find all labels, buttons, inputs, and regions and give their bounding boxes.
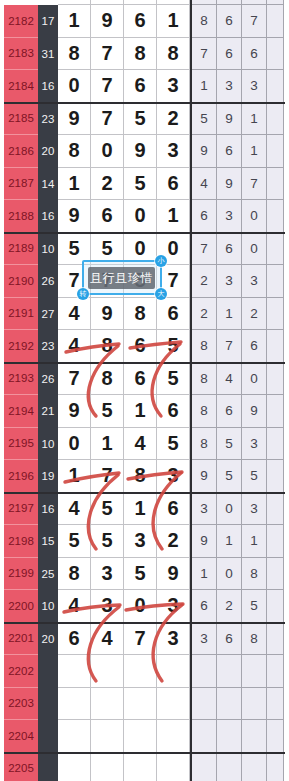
stat-digit-cell xyxy=(242,688,267,721)
table-row xyxy=(58,753,190,781)
table-row: 961 xyxy=(192,135,284,168)
draw-digit-cell xyxy=(157,688,190,721)
stat-digit-cell: 9 xyxy=(192,135,217,168)
period-label: 2204 xyxy=(4,720,38,753)
stat-digit-cell xyxy=(217,753,242,781)
sum-value xyxy=(38,753,58,781)
table-row: 0763 xyxy=(58,70,190,103)
stat-empty-cell xyxy=(267,688,284,721)
sum-value: 26 xyxy=(38,265,58,298)
stat-empty-cell xyxy=(267,623,284,656)
stat-digit-cell: 3 xyxy=(242,265,267,298)
sum-value xyxy=(38,720,58,753)
period-column: 2182218321842185218621872188218921902191… xyxy=(4,5,38,781)
sum-value: 20 xyxy=(38,623,58,656)
draw-digit-cell: 8 xyxy=(124,298,157,331)
draw-digit-cell: 6 xyxy=(124,330,157,363)
table-row: 9601 xyxy=(58,200,190,233)
sum-value: 16 xyxy=(38,493,58,526)
stat-digit-cell: 2 xyxy=(217,590,242,623)
draw-digit-cell xyxy=(157,720,190,753)
period-label: 2185 xyxy=(4,103,38,136)
period-label: 2197 xyxy=(4,493,38,526)
table-row: 869 xyxy=(192,395,284,428)
draw-digit-cell xyxy=(91,688,124,721)
period-label: 2188 xyxy=(4,200,38,233)
draw-digit-cell: 8 xyxy=(91,363,124,396)
stat-empty-cell xyxy=(267,70,284,103)
period-label: 2198 xyxy=(4,525,38,558)
draw-digit-cell: 4 xyxy=(91,623,124,656)
stat-digit-cell: 7 xyxy=(242,168,267,201)
draw-digit-cell: 6 xyxy=(157,298,190,331)
stat-digit-cell: 6 xyxy=(242,330,267,363)
draw-digit-cell: 8 xyxy=(58,558,91,591)
draw-digit-cell: 7 xyxy=(91,70,124,103)
draw-digit-cell: 5 xyxy=(157,428,190,461)
draw-digit-cell: 6 xyxy=(124,70,157,103)
period-label: 2193 xyxy=(4,363,38,396)
table-row: 133 xyxy=(192,70,284,103)
stat-empty-cell xyxy=(267,558,284,591)
period-label: 2182 xyxy=(4,5,38,38)
draw-digit-cell: 1 xyxy=(124,493,157,526)
draw-digit-cell: 7 xyxy=(58,363,91,396)
stat-digit-cell: 4 xyxy=(192,168,217,201)
draw-digit-cell: 5 xyxy=(124,558,157,591)
sum-column: 1731162320141610262723262110191615251020 xyxy=(38,5,58,781)
table-row: 303 xyxy=(192,493,284,526)
table-row: 8359 xyxy=(58,558,190,591)
period-label: 2201 xyxy=(4,623,38,656)
shrink-handle[interactable]: 小 xyxy=(155,255,167,267)
stat-digit-cell: 8 xyxy=(242,558,267,591)
draw-digit-cell xyxy=(124,655,157,688)
stat-digit-cell: 0 xyxy=(242,363,267,396)
stat-digit-cell: 8 xyxy=(192,395,217,428)
period-label: 2205 xyxy=(4,753,38,781)
draw-digit-cell xyxy=(157,753,190,781)
stat-digit-cell: 7 xyxy=(192,38,217,71)
period-label: 2184 xyxy=(4,70,38,103)
draw-digit-grid: 1961878807639752809312569601550077574986… xyxy=(58,0,190,781)
draw-digit-cell: 8 xyxy=(58,38,91,71)
draw-digit-cell: 4 xyxy=(58,493,91,526)
period-label: 2203 xyxy=(4,688,38,721)
stat-digit-cell: 0 xyxy=(217,558,242,591)
stat-digit-cell: 6 xyxy=(217,38,242,71)
stat-digit-cell: 2 xyxy=(192,265,217,298)
draw-digit-cell: 8 xyxy=(58,135,91,168)
sum-value: 16 xyxy=(38,70,58,103)
draw-digit-cell: 9 xyxy=(124,135,157,168)
stat-digit-cell: 9 xyxy=(192,525,217,558)
stat-digit-cell: 5 xyxy=(242,460,267,493)
draw-digit-cell: 0 xyxy=(124,200,157,233)
table-row xyxy=(192,753,284,781)
sum-value: 16 xyxy=(38,200,58,233)
sum-value xyxy=(38,688,58,721)
sum-value: 10 xyxy=(38,233,58,266)
stat-digit-grid: 8677661335919614976307602332128768408698… xyxy=(192,0,284,781)
stat-digit-cell: 3 xyxy=(242,428,267,461)
stat-empty-cell xyxy=(267,720,284,753)
table-row: 867 xyxy=(192,5,284,38)
table-row: 853 xyxy=(192,428,284,461)
stat-digit-cell: 4 xyxy=(217,363,242,396)
grid-divider-line xyxy=(190,0,192,781)
sum-value: 19 xyxy=(38,460,58,493)
draw-digit-cell: 1 xyxy=(157,200,190,233)
stat-digit-cell: 5 xyxy=(242,590,267,623)
stat-digit-cell xyxy=(217,688,242,721)
draw-digit-cell: 1 xyxy=(58,168,91,201)
stat-empty-cell xyxy=(267,590,284,623)
table-row xyxy=(58,688,190,721)
stat-digit-cell: 3 xyxy=(217,265,242,298)
draw-digit-cell xyxy=(91,655,124,688)
draw-digit-cell: 4 xyxy=(58,590,91,623)
table-row: 0145 xyxy=(58,428,190,461)
draw-digit-cell: 8 xyxy=(157,38,190,71)
stat-digit-cell: 5 xyxy=(217,428,242,461)
table-row: 625 xyxy=(192,590,284,623)
sum-value: 23 xyxy=(38,330,58,363)
stat-digit-cell: 6 xyxy=(217,623,242,656)
stat-digit-cell: 8 xyxy=(192,363,217,396)
period-label: 2199 xyxy=(4,558,38,591)
table-row xyxy=(192,720,284,753)
group-separator-line xyxy=(4,102,285,104)
draw-digit-cell: 5 xyxy=(91,493,124,526)
draw-digit-cell: 9 xyxy=(58,200,91,233)
draw-digit-cell: 9 xyxy=(58,103,91,136)
draw-digit-cell: 6 xyxy=(157,168,190,201)
draw-digit-cell: 1 xyxy=(124,395,157,428)
draw-digit-cell: 4 xyxy=(58,330,91,363)
table-row: 233 xyxy=(192,265,284,298)
stat-digit-cell: 6 xyxy=(242,38,267,71)
table-row: 766 xyxy=(192,38,284,71)
draw-digit-cell: 5 xyxy=(91,395,124,428)
table-row: 368 xyxy=(192,623,284,656)
draw-digit-cell xyxy=(58,688,91,721)
sum-value: 26 xyxy=(38,363,58,396)
draw-digit-cell: 2 xyxy=(91,168,124,201)
stat-digit-cell: 9 xyxy=(242,395,267,428)
rotate-handle[interactable]: 转 xyxy=(77,288,89,300)
lottery-trend-chart: 2182218321842185218621872188218921902191… xyxy=(0,0,289,781)
stat-digit-cell: 3 xyxy=(217,70,242,103)
stat-empty-cell xyxy=(267,493,284,526)
table-row: 4865 xyxy=(58,330,190,363)
table-row xyxy=(192,688,284,721)
stat-digit-cell: 7 xyxy=(192,233,217,266)
draw-digit-cell xyxy=(58,720,91,753)
stat-digit-cell: 0 xyxy=(242,200,267,233)
sum-value: 17 xyxy=(38,5,58,38)
table-row: 108 xyxy=(192,558,284,591)
group-separator-line xyxy=(4,362,285,364)
stat-digit-cell: 2 xyxy=(242,298,267,331)
stat-digit-cell: 8 xyxy=(192,5,217,38)
stat-digit-cell xyxy=(242,720,267,753)
period-label: 2200 xyxy=(4,590,38,623)
draw-digit-cell: 7 xyxy=(91,460,124,493)
table-row xyxy=(58,720,190,753)
draw-digit-cell: 1 xyxy=(157,5,190,38)
stat-digit-cell: 9 xyxy=(217,168,242,201)
draw-digit-cell: 1 xyxy=(91,428,124,461)
draw-digit-cell: 5 xyxy=(157,330,190,363)
sum-value: 27 xyxy=(38,298,58,331)
stat-empty-cell xyxy=(267,135,284,168)
draw-digit-cell: 6 xyxy=(157,395,190,428)
group-separator-line xyxy=(4,492,285,494)
draw-digit-cell: 6 xyxy=(58,623,91,656)
draw-digit-cell: 2 xyxy=(157,103,190,136)
draw-digit-cell: 8 xyxy=(124,38,157,71)
enlarge-handle[interactable]: 大 xyxy=(155,288,167,300)
stat-empty-cell xyxy=(267,753,284,781)
draw-digit-cell: 5 xyxy=(124,168,157,201)
table-row: 212 xyxy=(192,298,284,331)
draw-digit-cell xyxy=(124,720,157,753)
draw-digit-cell: 9 xyxy=(157,558,190,591)
draw-digit-cell xyxy=(58,655,91,688)
table-row: 497 xyxy=(192,168,284,201)
stat-digit-cell: 6 xyxy=(217,5,242,38)
stat-digit-cell: 1 xyxy=(242,525,267,558)
table-row: 760 xyxy=(192,233,284,266)
stat-digit-cell xyxy=(192,753,217,781)
draw-digit-cell: 3 xyxy=(157,135,190,168)
draw-digit-cell: 1 xyxy=(58,5,91,38)
stat-digit-cell: 8 xyxy=(192,428,217,461)
draw-digit-cell: 7 xyxy=(91,38,124,71)
table-row xyxy=(192,655,284,688)
sum-value xyxy=(38,655,58,688)
stat-empty-cell xyxy=(267,330,284,363)
draw-digit-cell: 3 xyxy=(91,558,124,591)
stat-empty-cell xyxy=(267,525,284,558)
stat-digit-cell xyxy=(217,720,242,753)
stat-digit-cell xyxy=(242,655,267,688)
draw-digit-cell: 6 xyxy=(157,493,190,526)
draw-digit-cell: 3 xyxy=(157,460,190,493)
stat-digit-cell: 0 xyxy=(217,493,242,526)
stat-digit-cell: 6 xyxy=(192,590,217,623)
stat-digit-cell: 1 xyxy=(192,70,217,103)
draw-digit-cell: 0 xyxy=(58,428,91,461)
sum-value: 25 xyxy=(38,558,58,591)
draw-digit-cell xyxy=(91,753,124,781)
stat-empty-cell xyxy=(267,428,284,461)
draw-digit-cell: 8 xyxy=(124,460,157,493)
stat-empty-cell xyxy=(267,265,284,298)
table-row xyxy=(58,655,190,688)
draw-digit-cell: 2 xyxy=(157,525,190,558)
stat-digit-cell: 5 xyxy=(192,103,217,136)
stat-empty-cell xyxy=(267,363,284,396)
table-row: 1256 xyxy=(58,168,190,201)
table-row: 9516 xyxy=(58,395,190,428)
annotation-text[interactable]: 且行且珍惜 xyxy=(88,267,155,289)
draw-digit-cell xyxy=(58,753,91,781)
sum-value: 10 xyxy=(38,428,58,461)
stat-digit-cell: 6 xyxy=(192,200,217,233)
period-label: 2189 xyxy=(4,233,38,266)
draw-digit-cell xyxy=(157,655,190,688)
table-row: 4986 xyxy=(58,298,190,331)
stat-empty-cell xyxy=(267,460,284,493)
sum-value: 23 xyxy=(38,103,58,136)
sum-value: 20 xyxy=(38,135,58,168)
period-label: 2183 xyxy=(4,38,38,71)
stat-empty-cell xyxy=(267,103,284,136)
stat-digit-cell: 6 xyxy=(217,233,242,266)
period-label: 2191 xyxy=(4,298,38,331)
period-label: 2196 xyxy=(4,460,38,493)
draw-digit-cell: 9 xyxy=(91,298,124,331)
table-row: 955 xyxy=(192,460,284,493)
group-separator-line xyxy=(4,622,285,624)
period-label: 2190 xyxy=(4,265,38,298)
draw-digit-cell: 0 xyxy=(91,135,124,168)
stat-digit-cell: 1 xyxy=(217,298,242,331)
table-row: 7865 xyxy=(58,363,190,396)
stat-empty-cell xyxy=(267,5,284,38)
table-row: 5532 xyxy=(58,525,190,558)
draw-digit-cell xyxy=(124,688,157,721)
draw-digit-cell: 4 xyxy=(58,298,91,331)
draw-digit-cell: 5 xyxy=(157,363,190,396)
table-row: 8093 xyxy=(58,135,190,168)
stat-digit-cell xyxy=(242,753,267,781)
draw-digit-cell: 3 xyxy=(157,590,190,623)
stat-digit-cell: 7 xyxy=(217,330,242,363)
text-annotation-box[interactable]: 且行且珍惜 小 大 转 xyxy=(82,260,162,295)
draw-digit-cell: 8 xyxy=(91,330,124,363)
table-row: 1783 xyxy=(58,460,190,493)
stat-digit-cell: 6 xyxy=(217,395,242,428)
sum-value: 21 xyxy=(38,395,58,428)
table-row: 630 xyxy=(192,200,284,233)
stat-digit-cell: 5 xyxy=(217,460,242,493)
stat-digit-cell: 0 xyxy=(242,233,267,266)
table-row: 6473 xyxy=(58,623,190,656)
stat-digit-cell: 8 xyxy=(242,623,267,656)
draw-digit-cell: 4 xyxy=(124,428,157,461)
draw-digit-cell: 3 xyxy=(157,623,190,656)
draw-digit-cell: 1 xyxy=(58,460,91,493)
stat-empty-cell xyxy=(267,38,284,71)
stat-digit-cell: 1 xyxy=(242,103,267,136)
table-row: 9752 xyxy=(58,103,190,136)
draw-digit-cell: 0 xyxy=(58,70,91,103)
stat-digit-cell: 8 xyxy=(192,330,217,363)
stat-empty-cell xyxy=(267,168,284,201)
draw-digit-cell: 3 xyxy=(124,525,157,558)
draw-digit-cell: 3 xyxy=(91,590,124,623)
table-row: 1961 xyxy=(58,5,190,38)
stat-digit-cell: 9 xyxy=(192,460,217,493)
stat-digit-cell: 7 xyxy=(242,5,267,38)
draw-digit-cell: 0 xyxy=(124,590,157,623)
stat-digit-cell: 9 xyxy=(217,103,242,136)
draw-digit-cell: 5 xyxy=(91,525,124,558)
draw-digit-cell: 9 xyxy=(58,395,91,428)
table-row: 8788 xyxy=(58,38,190,71)
table-row: 876 xyxy=(192,330,284,363)
draw-digit-cell: 6 xyxy=(124,363,157,396)
stat-empty-cell xyxy=(267,200,284,233)
stat-empty-cell xyxy=(267,655,284,688)
stat-empty-cell xyxy=(267,298,284,331)
draw-digit-cell: 9 xyxy=(91,5,124,38)
group-separator-line xyxy=(4,752,285,754)
draw-digit-cell: 7 xyxy=(91,103,124,136)
draw-digit-cell: 5 xyxy=(58,525,91,558)
draw-digit-cell: 7 xyxy=(124,623,157,656)
stat-digit-cell: 3 xyxy=(192,493,217,526)
stat-digit-cell: 6 xyxy=(217,135,242,168)
stat-digit-cell: 3 xyxy=(242,70,267,103)
draw-digit-cell: 6 xyxy=(91,200,124,233)
stat-empty-cell xyxy=(267,233,284,266)
stat-digit-cell xyxy=(217,655,242,688)
draw-digit-cell: 6 xyxy=(124,5,157,38)
stat-digit-cell: 3 xyxy=(192,623,217,656)
stat-digit-cell: 2 xyxy=(192,298,217,331)
stat-digit-cell: 1 xyxy=(192,558,217,591)
period-label: 2194 xyxy=(4,395,38,428)
draw-digit-cell xyxy=(124,753,157,781)
stat-digit-cell: 1 xyxy=(242,135,267,168)
table-row: 4516 xyxy=(58,493,190,526)
sum-value: 14 xyxy=(38,168,58,201)
group-separator-line xyxy=(4,232,285,234)
period-label: 2202 xyxy=(4,655,38,688)
table-row: 4303 xyxy=(58,590,190,623)
draw-digit-cell: 3 xyxy=(157,70,190,103)
draw-digit-cell xyxy=(91,720,124,753)
sum-value: 10 xyxy=(38,590,58,623)
stat-digit-cell xyxy=(192,688,217,721)
stat-digit-cell: 1 xyxy=(217,525,242,558)
stat-digit-cell xyxy=(192,655,217,688)
stat-digit-cell: 3 xyxy=(242,493,267,526)
stat-digit-cell: 3 xyxy=(217,200,242,233)
period-label: 2187 xyxy=(4,168,38,201)
period-label: 2186 xyxy=(4,135,38,168)
draw-digit-cell: 5 xyxy=(124,103,157,136)
stat-empty-cell xyxy=(267,395,284,428)
sum-value: 31 xyxy=(38,38,58,71)
stat-digit-cell xyxy=(192,720,217,753)
table-row: 591 xyxy=(192,103,284,136)
table-row: 911 xyxy=(192,525,284,558)
period-label: 2195 xyxy=(4,428,38,461)
sum-value: 15 xyxy=(38,525,58,558)
period-label: 2192 xyxy=(4,330,38,363)
table-row: 840 xyxy=(192,363,284,396)
